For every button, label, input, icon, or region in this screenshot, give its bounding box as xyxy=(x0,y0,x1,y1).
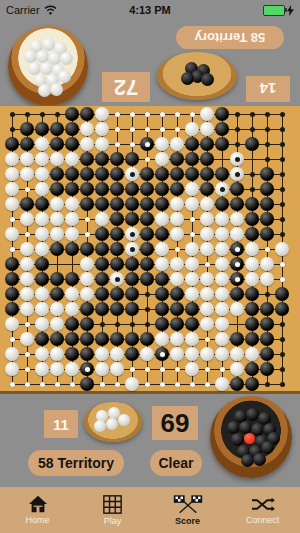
white-territory-dot-r18-c15[interactable] xyxy=(220,367,225,372)
black-stone-r3-c14[interactable] xyxy=(200,137,214,151)
white-stone-r10-c17[interactable] xyxy=(245,242,259,256)
black-stone-r17-c5[interactable] xyxy=(65,347,79,361)
black-stone-r5-c18[interactable] xyxy=(260,167,274,181)
dead-black-stone-r11-c16[interactable] xyxy=(230,257,244,271)
white-stone-r17-c15[interactable] xyxy=(215,347,229,361)
black-stone-r11-c10[interactable] xyxy=(140,257,154,271)
black-stone-r10-c6[interactable] xyxy=(80,242,94,256)
white-territory-dot-r18-c2[interactable] xyxy=(25,367,30,372)
dead-white-stone-r4-c16[interactable] xyxy=(230,152,244,166)
black-stone-r10-c4[interactable] xyxy=(50,242,64,256)
black-stone-r11-c7[interactable] xyxy=(95,257,109,271)
black-stone-r16-c16[interactable] xyxy=(230,332,244,346)
black-stone-r5-c4[interactable] xyxy=(50,167,64,181)
black-territory-dot-r15-c10[interactable] xyxy=(145,322,150,327)
black-territory-dot-r5-c17[interactable] xyxy=(250,172,255,177)
black-stone-r13-c11[interactable] xyxy=(155,287,169,301)
black-stone-r13-c7[interactable] xyxy=(95,287,109,301)
white-stone-r13-c5[interactable] xyxy=(65,287,79,301)
white-stone-r10-c14[interactable] xyxy=(200,242,214,256)
black-stone-r12-c3[interactable] xyxy=(35,272,49,286)
black-stone-r8-c17[interactable] xyxy=(245,212,259,226)
black-stone-r1-c6[interactable] xyxy=(80,107,94,121)
white-stone-r10-c19[interactable] xyxy=(275,242,289,256)
white-stone-r19-c9[interactable] xyxy=(125,377,139,391)
white-stone-r17-c13[interactable] xyxy=(185,347,199,361)
black-stone-r17-c18[interactable] xyxy=(260,347,274,361)
black-stone-r5-c12[interactable] xyxy=(170,167,184,181)
black-stone-r11-c8[interactable] xyxy=(110,257,124,271)
black-stone-r8-c8[interactable] xyxy=(110,212,124,226)
black-territory-dot-r3-c18[interactable] xyxy=(265,142,270,147)
white-stone-r8-c15[interactable] xyxy=(215,212,229,226)
black-stone-r7-c2[interactable] xyxy=(20,197,34,211)
white-stone-r8-c14[interactable] xyxy=(200,212,214,226)
white-stone-r7-c13[interactable] xyxy=(185,197,199,211)
black-territory-dot-r5-c19[interactable] xyxy=(280,172,285,177)
black-stone-r11-c1[interactable] xyxy=(5,257,19,271)
black-stone-r9-c11[interactable] xyxy=(155,227,169,241)
white-territory-dot-r8-c6[interactable] xyxy=(85,217,90,222)
white-stone-r14-c5[interactable] xyxy=(65,302,79,316)
black-stone-r7-c8[interactable] xyxy=(110,197,124,211)
white-stone-r11-c15[interactable] xyxy=(215,257,229,271)
white-stone-r10-c2[interactable] xyxy=(20,242,34,256)
dead-white-stone-r12-c8[interactable] xyxy=(110,272,124,286)
black-stone-r12-c11[interactable] xyxy=(155,272,169,286)
black-stone-r12-c7[interactable] xyxy=(95,272,109,286)
black-stone-r7-c16[interactable] xyxy=(230,197,244,211)
white-stone-r8-c3[interactable] xyxy=(35,212,49,226)
black-stone-r16-c8[interactable] xyxy=(110,332,124,346)
black-stone-r16-c5[interactable] xyxy=(65,332,79,346)
white-stone-r10-c15[interactable] xyxy=(215,242,229,256)
black-stone-r8-c18[interactable] xyxy=(260,212,274,226)
black-stone-r14-c6[interactable] xyxy=(80,302,94,316)
white-stone-r4-c3[interactable] xyxy=(35,152,49,166)
black-stone-r15-c17[interactable] xyxy=(245,317,259,331)
white-stone-r11-c13[interactable] xyxy=(185,257,199,271)
white-stone-r17-c7[interactable] xyxy=(95,347,109,361)
black-stone-r1-c15[interactable] xyxy=(215,107,229,121)
black-stone-r3-c4[interactable] xyxy=(50,137,64,151)
white-stone-r5-c3[interactable] xyxy=(35,167,49,181)
black-stone-r12-c10[interactable] xyxy=(140,272,154,286)
black-stone-r6-c16[interactable] xyxy=(230,182,244,196)
black-stone-r5-c11[interactable] xyxy=(155,167,169,181)
black-stone-r3-c1[interactable] xyxy=(5,137,19,151)
black-stone-r6-c14[interactable] xyxy=(200,182,214,196)
black-stone-r13-c4[interactable] xyxy=(50,287,64,301)
white-stone-r15-c14[interactable] xyxy=(200,317,214,331)
black-stone-r19-c16[interactable] xyxy=(230,377,244,391)
black-stone-r5-c8[interactable] xyxy=(110,167,124,181)
black-territory-dot-r15-c19[interactable] xyxy=(280,322,285,327)
black-territory-dot-r6-c17[interactable] xyxy=(250,187,255,192)
black-stone-r19-c17[interactable] xyxy=(245,377,259,391)
black-territory-dot-r6-c19[interactable] xyxy=(280,187,285,192)
white-stone-r1-c7[interactable] xyxy=(95,107,109,121)
black-stone-r9-c10[interactable] xyxy=(140,227,154,241)
white-stone-r6-c1[interactable] xyxy=(5,182,19,196)
white-stone-r17-c10[interactable] xyxy=(140,347,154,361)
white-territory-dot-r2-c11[interactable] xyxy=(160,127,165,132)
black-stone-r4-c14[interactable] xyxy=(200,152,214,166)
black-stone-r7-c15[interactable] xyxy=(215,197,229,211)
black-stone-r13-c17[interactable] xyxy=(245,287,259,301)
white-stone-r13-c14[interactable] xyxy=(200,287,214,301)
black-stone-r10-c8[interactable] xyxy=(110,242,124,256)
white-territory-dot-r11-c14[interactable] xyxy=(205,262,210,267)
white-territory-dot-r8-c1[interactable] xyxy=(10,217,15,222)
black-territory-dot-r4-c18[interactable] xyxy=(265,157,270,162)
white-stone-r13-c15[interactable] xyxy=(215,287,229,301)
black-stone-r14-c18[interactable] xyxy=(260,302,274,316)
black-stone-r9-c17[interactable] xyxy=(245,227,259,241)
black-territory-dot-r1-c17[interactable] xyxy=(250,112,255,117)
white-stone-r7-c5[interactable] xyxy=(65,197,79,211)
black-stone-r13-c9[interactable] xyxy=(125,287,139,301)
white-stone-r18-c7[interactable] xyxy=(95,362,109,376)
go-board[interactable] xyxy=(0,106,300,394)
black-territory-dot-r15-c8[interactable] xyxy=(115,322,120,327)
black-stone-r8-c9[interactable] xyxy=(125,212,139,226)
black-territory-dot-r1-c19[interactable] xyxy=(280,112,285,117)
black-stone-r14-c8[interactable] xyxy=(110,302,124,316)
black-stone-r13-c1[interactable] xyxy=(5,287,19,301)
black-territory-dot-r16-c19[interactable] xyxy=(280,337,285,342)
dead-black-stone-r10-c16[interactable] xyxy=(230,242,244,256)
white-stone-r13-c6[interactable] xyxy=(80,287,94,301)
white-stone-r10-c3[interactable] xyxy=(35,242,49,256)
white-stone-r17-c4[interactable] xyxy=(50,347,64,361)
white-stone-r2-c7[interactable] xyxy=(95,122,109,136)
white-stone-r4-c2[interactable] xyxy=(20,152,34,166)
white-stone-r4-c1[interactable] xyxy=(5,152,19,166)
white-territory-dot-r9-c6[interactable] xyxy=(85,232,90,237)
white-stone-r9-c1[interactable] xyxy=(5,227,19,241)
white-stone-r3-c12[interactable] xyxy=(170,137,184,151)
white-territory-dot-r16-c1[interactable] xyxy=(10,337,15,342)
black-stone-r16-c17[interactable] xyxy=(245,332,259,346)
black-stone-r6-c10[interactable] xyxy=(140,182,154,196)
white-territory-dot-r9-c13[interactable] xyxy=(190,232,195,237)
white-stone-r14-c3[interactable] xyxy=(35,302,49,316)
white-stone-r16-c11[interactable] xyxy=(155,332,169,346)
black-stone-r6-c8[interactable] xyxy=(110,182,124,196)
white-stone-r3-c3[interactable] xyxy=(35,137,49,151)
black-territory-dot-r14-c10[interactable] xyxy=(145,307,150,312)
white-stone-r10-c13[interactable] xyxy=(185,242,199,256)
black-territory-dot-r1-c1[interactable] xyxy=(10,112,15,117)
black-stone-r19-c6[interactable] xyxy=(80,377,94,391)
black-stone-r4-c13[interactable] xyxy=(185,152,199,166)
dead-black-stone-r18-c6[interactable] xyxy=(80,362,94,376)
white-stone-r5-c1[interactable] xyxy=(5,167,19,181)
white-territory-dot-r18-c12[interactable] xyxy=(175,367,180,372)
black-stone-r7-c6[interactable] xyxy=(80,197,94,211)
black-stone-r14-c17[interactable] xyxy=(245,302,259,316)
black-stone-r10-c7[interactable] xyxy=(95,242,109,256)
black-stone-r13-c16[interactable] xyxy=(230,287,244,301)
black-territory-dot-r15-c9[interactable] xyxy=(130,322,135,327)
white-stone-r11-c17[interactable] xyxy=(245,257,259,271)
black-stone-r16-c9[interactable] xyxy=(125,332,139,346)
white-stone-r17-c3[interactable] xyxy=(35,347,49,361)
black-stone-r14-c11[interactable] xyxy=(155,302,169,316)
black-stone-r14-c7[interactable] xyxy=(95,302,109,316)
black-stone-r5-c14[interactable] xyxy=(200,167,214,181)
dead-white-stone-r10-c9[interactable] xyxy=(125,242,139,256)
black-territory-dot-r13-c18[interactable] xyxy=(265,292,270,297)
white-territory-dot-r19-c4[interactable] xyxy=(55,382,60,387)
white-territory-dot-r19-c10[interactable] xyxy=(145,382,150,387)
white-stone-r14-c16[interactable] xyxy=(230,302,244,316)
white-territory-dot-r19-c3[interactable] xyxy=(40,382,45,387)
black-territory-dot-r2-c19[interactable] xyxy=(280,127,285,132)
black-stone-r10-c10[interactable] xyxy=(140,242,154,256)
black-stone-r17-c9[interactable] xyxy=(125,347,139,361)
black-stone-r7-c7[interactable] xyxy=(95,197,109,211)
white-territory-dot-r19-c13[interactable] xyxy=(190,382,195,387)
black-territory-dot-r2-c16[interactable] xyxy=(235,127,240,132)
black-stone-r16-c4[interactable] xyxy=(50,332,64,346)
black-stone-r6-c7[interactable] xyxy=(95,182,109,196)
black-stone-r9-c18[interactable] xyxy=(260,227,274,241)
white-stone-r18-c1[interactable] xyxy=(5,362,19,376)
white-territory-dot-r19-c5[interactable] xyxy=(70,382,75,387)
black-territory-dot-r8-c19[interactable] xyxy=(280,217,285,222)
black-stone-r9-c8[interactable] xyxy=(110,227,124,241)
white-stone-r12-c12[interactable] xyxy=(170,272,184,286)
white-stone-r15-c1[interactable] xyxy=(5,317,19,331)
white-territory-dot-r10-c18[interactable] xyxy=(265,247,270,252)
black-stone-r11-c9[interactable] xyxy=(125,257,139,271)
black-stone-r3-c13[interactable] xyxy=(185,137,199,151)
black-stone-r7-c3[interactable] xyxy=(35,197,49,211)
black-stone-r6-c6[interactable] xyxy=(80,182,94,196)
white-stone-r18-c5[interactable] xyxy=(65,362,79,376)
white-stone-r7-c4[interactable] xyxy=(50,197,64,211)
black-territory-dot-r7-c19[interactable] xyxy=(280,202,285,207)
white-territory-dot-r1-c9[interactable] xyxy=(130,112,135,117)
white-stone-r11-c11[interactable] xyxy=(155,257,169,271)
dead-black-stone-r3-c10[interactable] xyxy=(140,137,154,151)
black-stone-r5-c15[interactable] xyxy=(215,167,229,181)
black-stone-r2-c5[interactable] xyxy=(65,122,79,136)
white-stone-r2-c6[interactable] xyxy=(80,122,94,136)
white-territory-dot-r2-c8[interactable] xyxy=(115,127,120,132)
black-stone-r15-c12[interactable] xyxy=(170,317,184,331)
white-stone-r9-c16[interactable] xyxy=(230,227,244,241)
dead-white-stone-r9-c9[interactable] xyxy=(125,227,139,241)
white-stone-r7-c1[interactable] xyxy=(5,197,19,211)
white-stone-r8-c12[interactable] xyxy=(170,212,184,226)
black-stone-r12-c1[interactable] xyxy=(5,272,19,286)
white-territory-dot-r15-c2[interactable] xyxy=(25,322,30,327)
black-stone-r7-c18[interactable] xyxy=(260,197,274,211)
white-stone-r17-c1[interactable] xyxy=(5,347,19,361)
black-territory-dot-r1-c3[interactable] xyxy=(40,112,45,117)
white-territory-dot-r18-c10[interactable] xyxy=(145,367,150,372)
black-stone-r14-c1[interactable] xyxy=(5,302,19,316)
white-stone-r17-c16[interactable] xyxy=(230,347,244,361)
black-stone-r12-c4[interactable] xyxy=(50,272,64,286)
player-territory-button[interactable]: 58 Territory xyxy=(28,450,124,476)
white-stone-r7-c14[interactable] xyxy=(200,197,214,211)
white-stone-r10-c11[interactable] xyxy=(155,242,169,256)
white-stone-r19-c15[interactable] xyxy=(215,377,229,391)
white-stone-r5-c2[interactable] xyxy=(20,167,34,181)
white-stone-r9-c5[interactable] xyxy=(65,227,79,241)
black-stone-r12-c9[interactable] xyxy=(125,272,139,286)
white-stone-r9-c14[interactable] xyxy=(200,227,214,241)
dead-black-stone-r17-c11[interactable] xyxy=(155,347,169,361)
white-stone-r16-c2[interactable] xyxy=(20,332,34,346)
white-stone-r8-c4[interactable] xyxy=(50,212,64,226)
white-stone-r12-c13[interactable] xyxy=(185,272,199,286)
white-territory-dot-r1-c10[interactable] xyxy=(145,112,150,117)
white-territory-dot-r10-c12[interactable] xyxy=(175,247,180,252)
white-stone-r11-c6[interactable] xyxy=(80,257,94,271)
dead-black-stone-r12-c16[interactable] xyxy=(230,272,244,286)
black-territory-dot-r1-c18[interactable] xyxy=(265,112,270,117)
white-stone-r7-c12[interactable] xyxy=(170,197,184,211)
white-stone-r15-c15[interactable] xyxy=(215,317,229,331)
black-stone-r14-c12[interactable] xyxy=(170,302,184,316)
white-stone-r9-c12[interactable] xyxy=(170,227,184,241)
black-stone-r3-c15[interactable] xyxy=(215,137,229,151)
black-territory-dot-r2-c17[interactable] xyxy=(250,127,255,132)
black-stone-r5-c7[interactable] xyxy=(95,167,109,181)
white-stone-r16-c13[interactable] xyxy=(185,332,199,346)
white-stone-r4-c11[interactable] xyxy=(155,152,169,166)
white-territory-dot-r16-c14[interactable] xyxy=(205,337,210,342)
white-stone-r14-c4[interactable] xyxy=(50,302,64,316)
white-stone-r17-c17[interactable] xyxy=(245,347,259,361)
black-stone-r3-c5[interactable] xyxy=(65,137,79,151)
white-stone-r15-c3[interactable] xyxy=(35,317,49,331)
black-stone-r16-c10[interactable] xyxy=(140,332,154,346)
black-territory-dot-r1-c4[interactable] xyxy=(55,112,60,117)
black-stone-r16-c3[interactable] xyxy=(35,332,49,346)
white-territory-dot-r1-c11[interactable] xyxy=(160,112,165,117)
white-stone-r11-c18[interactable] xyxy=(260,257,274,271)
white-territory-dot-r8-c13[interactable] xyxy=(190,217,195,222)
black-territory-dot-r15-c7[interactable] xyxy=(100,322,105,327)
black-stone-r14-c9[interactable] xyxy=(125,302,139,316)
dead-white-stone-r6-c15[interactable] xyxy=(215,182,229,196)
black-territory-dot-r2-c1[interactable] xyxy=(10,127,15,132)
white-stone-r3-c7[interactable] xyxy=(95,137,109,151)
white-stone-r12-c2[interactable] xyxy=(20,272,34,286)
white-territory-dot-r18-c11[interactable] xyxy=(160,367,165,372)
black-territory-dot-r1-c2[interactable] xyxy=(25,112,30,117)
white-stone-r18-c16[interactable] xyxy=(230,362,244,376)
black-stone-r1-c5[interactable] xyxy=(65,107,79,121)
white-stone-r12-c18[interactable] xyxy=(260,272,274,286)
white-stone-r8-c11[interactable] xyxy=(155,212,169,226)
black-territory-dot-r17-c19[interactable] xyxy=(280,352,285,357)
black-stone-r12-c5[interactable] xyxy=(65,272,79,286)
white-stone-r13-c3[interactable] xyxy=(35,287,49,301)
white-stone-r8-c16[interactable] xyxy=(230,212,244,226)
black-stone-r11-c3[interactable] xyxy=(35,257,49,271)
white-stone-r13-c13[interactable] xyxy=(185,287,199,301)
white-stone-r14-c14[interactable] xyxy=(200,302,214,316)
black-stone-r7-c11[interactable] xyxy=(155,197,169,211)
black-stone-r13-c19[interactable] xyxy=(275,287,289,301)
white-stone-r13-c2[interactable] xyxy=(20,287,34,301)
black-stone-r15-c13[interactable] xyxy=(185,317,199,331)
black-territory-dot-r9-c19[interactable] xyxy=(280,232,285,237)
black-stone-r14-c19[interactable] xyxy=(275,302,289,316)
white-stone-r9-c15[interactable] xyxy=(215,227,229,241)
white-territory-dot-r3-c9[interactable] xyxy=(130,142,135,147)
white-stone-r8-c2[interactable] xyxy=(20,212,34,226)
black-stone-r7-c17[interactable] xyxy=(245,197,259,211)
white-stone-r17-c12[interactable] xyxy=(170,347,184,361)
white-stone-r8-c5[interactable] xyxy=(65,212,79,226)
black-territory-dot-r3-c19[interactable] xyxy=(280,142,285,147)
black-stone-r8-c10[interactable] xyxy=(140,212,154,226)
black-stone-r6-c9[interactable] xyxy=(125,182,139,196)
black-stone-r7-c9[interactable] xyxy=(125,197,139,211)
white-stone-r11-c2[interactable] xyxy=(20,257,34,271)
black-stone-r5-c13[interactable] xyxy=(185,167,199,181)
white-territory-dot-r19-c11[interactable] xyxy=(160,382,165,387)
white-territory-dot-r2-c10[interactable] xyxy=(145,127,150,132)
black-stone-r2-c3[interactable] xyxy=(35,122,49,136)
black-stone-r4-c6[interactable] xyxy=(80,152,94,166)
white-stone-r8-c7[interactable] xyxy=(95,212,109,226)
black-stone-r6-c12[interactable] xyxy=(170,182,184,196)
white-stone-r9-c4[interactable] xyxy=(50,227,64,241)
white-territory-dot-r3-c8[interactable] xyxy=(115,142,120,147)
white-stone-r18-c13[interactable] xyxy=(185,362,199,376)
white-territory-dot-r2-c12[interactable] xyxy=(175,127,180,132)
black-territory-dot-r1-c16[interactable] xyxy=(235,112,240,117)
white-stone-r15-c4[interactable] xyxy=(50,317,64,331)
white-territory-dot-r19-c12[interactable] xyxy=(175,382,180,387)
black-stone-r3-c17[interactable] xyxy=(245,137,259,151)
white-stone-r14-c15[interactable] xyxy=(215,302,229,316)
white-territory-dot-r19-c7[interactable] xyxy=(100,382,105,387)
black-stone-r6-c4[interactable] xyxy=(50,182,64,196)
black-territory-dot-r3-c16[interactable] xyxy=(235,142,240,147)
black-stone-r17-c6[interactable] xyxy=(80,347,94,361)
black-territory-dot-r18-c19[interactable] xyxy=(280,367,285,372)
black-stone-r7-c10[interactable] xyxy=(140,197,154,211)
black-stone-r6-c18[interactable] xyxy=(260,182,274,196)
black-stone-r5-c6[interactable] xyxy=(80,167,94,181)
black-stone-r2-c2[interactable] xyxy=(20,122,34,136)
black-stone-r13-c12[interactable] xyxy=(170,287,184,301)
white-territory-dot-r1-c12[interactable] xyxy=(175,112,180,117)
white-stone-r6-c3[interactable] xyxy=(35,182,49,196)
black-stone-r18-c18[interactable] xyxy=(260,362,274,376)
white-stone-r16-c15[interactable] xyxy=(215,332,229,346)
black-stone-r14-c13[interactable] xyxy=(185,302,199,316)
white-stone-r18-c4[interactable] xyxy=(50,362,64,376)
white-stone-r14-c2[interactable] xyxy=(20,302,34,316)
black-stone-r4-c12[interactable] xyxy=(170,152,184,166)
white-stone-r16-c12[interactable] xyxy=(170,332,184,346)
tab-connect[interactable]: Connect xyxy=(225,487,300,533)
white-territory-dot-r2-c9[interactable] xyxy=(130,127,135,132)
black-stone-r4-c7[interactable] xyxy=(95,152,109,166)
black-stone-r3-c2[interactable] xyxy=(20,137,34,151)
